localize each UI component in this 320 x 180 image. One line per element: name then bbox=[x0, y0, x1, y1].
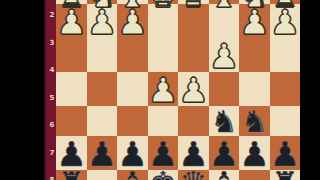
white-pawn-piece: ♟ bbox=[56, 5, 86, 39]
square-f5[interactable] bbox=[117, 72, 147, 106]
letterbox-left-bar bbox=[0, 0, 44, 180]
square-d2[interactable] bbox=[178, 4, 208, 38]
square-h8[interactable]: ♜ bbox=[56, 170, 86, 180]
square-f4[interactable] bbox=[117, 38, 147, 72]
rank-label-7: 7 bbox=[48, 149, 56, 157]
black-pawn-piece: ♟ bbox=[209, 137, 239, 171]
square-c8[interactable]: ♝ bbox=[209, 170, 239, 180]
square-b2[interactable]: ♟ bbox=[239, 4, 269, 38]
black-pawn-piece: ♟ bbox=[178, 137, 208, 171]
square-a5[interactable] bbox=[270, 72, 300, 106]
black-pawn-piece: ♟ bbox=[56, 137, 86, 171]
chess-board[interactable]: ♜♞♝♚♛♝♞♜♟♟♟♟♟♟♟♟♞♞♟♟♟♟♟♟♟♟♜♝♚♛♝♜ bbox=[56, 0, 265, 180]
square-h2[interactable]: ♟ bbox=[56, 4, 86, 38]
square-h5[interactable] bbox=[56, 72, 86, 106]
square-c7[interactable]: ♟ bbox=[209, 136, 239, 170]
square-a7[interactable]: ♟ bbox=[270, 136, 300, 170]
rank-label-6: 6 bbox=[48, 121, 56, 129]
rank-label-column: 12345678 bbox=[44, 0, 56, 180]
square-c2[interactable] bbox=[209, 4, 239, 38]
rank-label-3: 3 bbox=[48, 39, 56, 47]
rank-label-8: 8 bbox=[48, 176, 56, 180]
square-d7[interactable]: ♟ bbox=[178, 136, 208, 170]
black-queen-piece: ♛ bbox=[180, 168, 207, 180]
square-g8[interactable] bbox=[87, 170, 117, 180]
square-e7[interactable]: ♟ bbox=[148, 136, 178, 170]
square-e4[interactable] bbox=[148, 38, 178, 72]
square-d4[interactable] bbox=[178, 38, 208, 72]
square-e5[interactable]: ♟ bbox=[148, 72, 178, 106]
square-h6[interactable] bbox=[56, 106, 86, 136]
square-e8[interactable]: ♚ bbox=[148, 170, 178, 180]
rank-label-4: 4 bbox=[48, 66, 56, 74]
white-pawn-piece: ♟ bbox=[148, 73, 178, 107]
square-h7[interactable]: ♟ bbox=[56, 136, 86, 170]
black-pawn-piece: ♟ bbox=[87, 137, 117, 171]
white-pawn-piece: ♟ bbox=[239, 5, 269, 39]
square-e6[interactable] bbox=[148, 106, 178, 136]
chess-app-screen: 12345678 ♜♞♝♚♛♝♞♜♟♟♟♟♟♟♟♟♞♞♟♟♟♟♟♟♟♟♜♝♚♛♝… bbox=[0, 0, 320, 180]
square-a2[interactable]: ♟ bbox=[270, 4, 300, 38]
square-g7[interactable]: ♟ bbox=[87, 136, 117, 170]
black-pawn-piece: ♟ bbox=[270, 137, 300, 171]
white-pawn-piece: ♟ bbox=[270, 5, 300, 39]
square-e2[interactable] bbox=[148, 4, 178, 38]
square-b7[interactable]: ♟ bbox=[239, 136, 269, 170]
square-b8[interactable] bbox=[239, 170, 269, 180]
white-pawn-piece: ♟ bbox=[87, 5, 117, 39]
rank-label-5: 5 bbox=[48, 94, 56, 102]
square-d5[interactable]: ♟ bbox=[178, 72, 208, 106]
square-g2[interactable]: ♟ bbox=[87, 4, 117, 38]
black-king-piece: ♚ bbox=[149, 168, 176, 180]
square-b5[interactable] bbox=[239, 72, 269, 106]
square-f6[interactable] bbox=[117, 106, 147, 136]
black-pawn-piece: ♟ bbox=[117, 137, 147, 171]
square-f8[interactable]: ♝ bbox=[117, 170, 147, 180]
square-g5[interactable] bbox=[87, 72, 117, 106]
square-c6[interactable]: ♞ bbox=[209, 106, 239, 136]
square-f2[interactable]: ♟ bbox=[117, 4, 147, 38]
square-b4[interactable] bbox=[239, 38, 269, 72]
black-rook-piece: ♜ bbox=[58, 168, 85, 180]
rank-label-2: 2 bbox=[48, 11, 56, 19]
square-c4[interactable]: ♟ bbox=[209, 38, 239, 72]
chess-board-frame: 12345678 ♜♞♝♚♛♝♞♜♟♟♟♟♟♟♟♟♞♞♟♟♟♟♟♟♟♟♜♝♚♛♝… bbox=[44, 0, 278, 180]
square-a4[interactable] bbox=[270, 38, 300, 72]
white-pawn-piece: ♟ bbox=[209, 39, 239, 73]
square-b6[interactable]: ♞ bbox=[239, 106, 269, 136]
black-knight-piece: ♞ bbox=[210, 107, 237, 137]
square-a6[interactable] bbox=[270, 106, 300, 136]
square-h4[interactable] bbox=[56, 38, 86, 72]
black-knight-piece: ♞ bbox=[241, 107, 268, 137]
black-bishop-piece: ♝ bbox=[210, 168, 237, 180]
square-g6[interactable] bbox=[87, 106, 117, 136]
square-f7[interactable]: ♟ bbox=[117, 136, 147, 170]
square-a8[interactable]: ♜ bbox=[270, 170, 300, 180]
white-pawn-piece: ♟ bbox=[178, 73, 208, 107]
square-d6[interactable] bbox=[178, 106, 208, 136]
black-rook-piece: ♜ bbox=[271, 168, 298, 180]
white-pawn-piece: ♟ bbox=[117, 5, 147, 39]
black-bishop-piece: ♝ bbox=[119, 168, 146, 180]
square-g4[interactable] bbox=[87, 38, 117, 72]
black-pawn-piece: ♟ bbox=[148, 137, 178, 171]
black-pawn-piece: ♟ bbox=[239, 137, 269, 171]
square-d8[interactable]: ♛ bbox=[178, 170, 208, 180]
square-c5[interactable] bbox=[209, 72, 239, 106]
